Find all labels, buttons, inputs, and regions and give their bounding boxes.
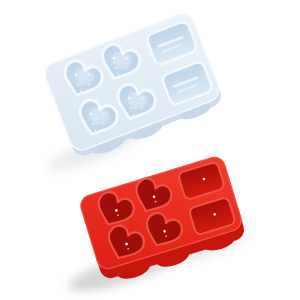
- product-photo: [0, 0, 300, 300]
- product-photo-stage: [0, 0, 300, 300]
